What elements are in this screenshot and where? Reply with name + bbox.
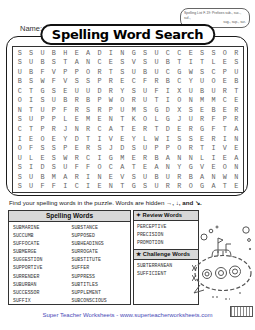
grid-cell: S [139, 58, 150, 68]
grid-cell: E [139, 162, 150, 172]
word-item: PRECISION [137, 231, 198, 239]
porthole-icon [216, 268, 227, 279]
grid-cell: R [94, 105, 105, 115]
grid-cell: P [105, 105, 116, 115]
grid-cell: U [185, 115, 196, 125]
grid-cell: S [139, 181, 150, 191]
grid-cell: M [208, 96, 219, 106]
word-item: SUPPRESS [72, 273, 131, 281]
grid-cell: T [25, 124, 36, 134]
badge-line-1: Spelling List F-19: Prefixes sub-, suc-,… [184, 11, 246, 20]
grid-cell: C [94, 124, 105, 134]
grid-cell: G [185, 162, 196, 172]
grid-cell: R [105, 86, 116, 96]
grid-cell: A [231, 153, 242, 163]
grid-cell: U [25, 181, 36, 191]
grid-cell: Y [117, 86, 128, 96]
grid-cell: F [37, 181, 48, 191]
grid-cell: U [25, 58, 36, 68]
grid-cell: T [128, 162, 139, 172]
direction-arrows: →, ↓, and ↘. [166, 199, 202, 206]
grid-cell: E [219, 105, 230, 115]
grid-cell: M [128, 105, 139, 115]
grid-cell: E [94, 181, 105, 191]
grid-cell: R [128, 96, 139, 106]
grid-cell: V [219, 143, 230, 153]
bubble-icon [249, 248, 250, 249]
grid-cell: I [94, 153, 105, 163]
grid-cell: J [174, 115, 185, 125]
grid-cell: Y [174, 162, 185, 172]
grid-cell: P [48, 105, 59, 115]
challenge-words-header: ★ Challenge Words [134, 249, 198, 260]
grid-cell: W [219, 172, 230, 182]
word-item: SUBSTITUTE [72, 256, 131, 264]
word-item: SUBCONSCIOUS [72, 297, 131, 305]
grid-cell: N [94, 172, 105, 182]
grid-cell: P [60, 143, 71, 153]
grid-cell: S [128, 143, 139, 153]
bubble-icon [201, 234, 207, 240]
grid-cell: I [185, 58, 196, 68]
grid-cell: J [105, 143, 116, 153]
grid-cell: V [60, 77, 71, 87]
challenge-words-list: SUBTERRANEANSUFFICIENT [134, 260, 198, 280]
grid-cell: E [48, 134, 59, 144]
grid-cell: E [71, 115, 82, 125]
grid-cell: U [162, 172, 173, 182]
grid-cell: S [48, 153, 59, 163]
grid-cell: O [208, 77, 219, 87]
grid-cell: R [151, 77, 162, 87]
grid-cell: R [208, 134, 219, 144]
grid-cell: F [48, 77, 59, 87]
grid-cell: R [71, 105, 82, 115]
grid-cell: S [185, 105, 196, 115]
grid-cell: U [117, 105, 128, 115]
grid-cell: U [14, 67, 25, 77]
grid-cell: X [174, 86, 185, 96]
grid-cell: S [82, 105, 93, 115]
grid-cell: B [185, 172, 196, 182]
grid-cell: C [71, 181, 82, 191]
grid-cell: G [196, 181, 207, 191]
grid-cell: I [208, 153, 219, 163]
grid-cell: G [37, 86, 48, 96]
grid-cell: B [208, 105, 219, 115]
grid-cell: R [196, 115, 207, 125]
grid-cell: K [128, 115, 139, 125]
challenge-star-icon: ★ [136, 251, 141, 257]
grid-cell: R [82, 143, 93, 153]
grid-cell: T [82, 134, 93, 144]
grid-cell: U [151, 48, 162, 58]
grid-cell: S [82, 77, 93, 87]
grid-cell: S [14, 48, 25, 58]
grid-cell: I [94, 134, 105, 144]
grid-cell: P [94, 77, 105, 87]
grid-cell: R [219, 86, 230, 96]
grid-cell: C [162, 67, 173, 77]
grid-cell: O [219, 162, 230, 172]
grid-cell: M [48, 172, 59, 182]
grid-cell: V [196, 162, 207, 172]
grid-cell: F [208, 124, 219, 134]
grid-cell: D [162, 124, 173, 134]
grid-cell: B [139, 67, 150, 77]
grid-cell: N [14, 105, 25, 115]
grid-cell: R [174, 181, 185, 191]
grid-cell: P [48, 115, 59, 125]
grid-cell: T [105, 67, 116, 77]
grid-cell: U [128, 67, 139, 77]
word-item: SUBSTANCE [72, 224, 131, 232]
grid-cell: I [14, 134, 25, 144]
grid-cell: E [219, 77, 230, 87]
grid-cell: S [37, 143, 48, 153]
grid-cell: E [71, 143, 82, 153]
grid-cell: U [37, 105, 48, 115]
grid-cell: E [105, 58, 116, 68]
grid-cell: C [82, 153, 93, 163]
grid-cell: G [174, 67, 185, 77]
porthole-icon [233, 269, 238, 274]
grid-cell: S [117, 58, 128, 68]
grid-cell: B [196, 86, 207, 96]
name-label: Name: [20, 24, 42, 33]
word-item: SURRENDER [13, 273, 72, 281]
grid-cell: S [208, 48, 219, 58]
grid-cell: E [231, 181, 242, 191]
grid-cell: R [71, 96, 82, 106]
bubble-icon [216, 226, 218, 228]
grid-cell: N [117, 48, 128, 58]
grid-cell: W [185, 67, 196, 77]
grid-cell: R [105, 77, 116, 87]
grid-cell: U [231, 67, 242, 77]
grid-cell: E [174, 124, 185, 134]
grid-cell: E [196, 134, 207, 144]
grid-cell: C [94, 58, 105, 68]
porthole-icon [219, 271, 224, 276]
grid-cell: T [25, 105, 36, 115]
grid-cell: N [231, 134, 242, 144]
grid-cell: T [117, 181, 128, 191]
grid-cell: D [71, 134, 82, 144]
grid-cell: N [231, 172, 242, 182]
grid-cell: R [139, 153, 150, 163]
word-item: SUBMERGE [13, 248, 72, 256]
grid-cell: S [25, 48, 36, 58]
word-search-grid: SSUBHEADINGSUCCESSORSUBSTANCESVSUBTITLES… [14, 48, 242, 191]
grid-cell: T [231, 86, 242, 96]
grid-cell: N [71, 124, 82, 134]
grid-cell: B [37, 172, 48, 182]
grid-cell: N [174, 153, 185, 163]
grid-cell: D [94, 48, 105, 58]
word-item: SUFFER [72, 264, 131, 272]
grid-cell: C [14, 124, 25, 134]
grid-cell: W [105, 96, 116, 106]
word-item: SUBTITLES [72, 281, 131, 289]
grid-cell: P [71, 67, 82, 77]
grid-cell: S [196, 48, 207, 58]
grid-cell: O [139, 115, 150, 125]
grid-cell: S [48, 143, 59, 153]
spelling-words-box: Spelling Words SUBMARINESUCCUMBSUFFOCATE… [8, 210, 131, 305]
grid-cell: U [151, 67, 162, 77]
grid-cell: B [162, 77, 173, 87]
grid-cell: F [139, 77, 150, 87]
grid-cell: N [185, 153, 196, 163]
grid-cell: V [128, 58, 139, 68]
grid-cell: L [25, 153, 36, 163]
grid-cell: S [94, 143, 105, 153]
grid-cell: T [117, 124, 128, 134]
grid-cell: T [219, 124, 230, 134]
grid-cell: J [60, 124, 71, 134]
grid-cell: O [174, 96, 185, 106]
grid-cell: S [14, 181, 25, 191]
grid-cell: A [208, 181, 219, 191]
word-item: SUPPORTIVE [13, 264, 72, 272]
submarine-illustration [192, 213, 254, 303]
grid-cell: P [94, 96, 105, 106]
grid-cell: S [196, 67, 207, 77]
grid-cell: L [208, 58, 219, 68]
grid-cell: S [185, 134, 196, 144]
grid-cell: R [231, 48, 242, 58]
grid-cell: G [151, 105, 162, 115]
grid-cell: N [231, 162, 242, 172]
grid-cell: B [25, 67, 36, 77]
grid-cell: S [71, 77, 82, 87]
word-item: SUFFICIENT [137, 270, 198, 278]
grid-cell: N [162, 162, 173, 172]
grid-cell: R [48, 124, 59, 134]
grid-cell: P [219, 67, 230, 77]
grid-cell: M [82, 115, 93, 125]
grid-cell: U [196, 77, 207, 87]
grid-cell: B [14, 77, 25, 87]
grid-cell: P [151, 143, 162, 153]
grid-cell: E [231, 143, 242, 153]
word-item: SURROGATE [72, 248, 131, 256]
review-words-header: ✦ Review Words [134, 211, 198, 221]
grid-cell: E [128, 124, 139, 134]
water-dashes [212, 293, 243, 299]
grid-cell: I [208, 143, 219, 153]
word-item: SUPPLEMENT [72, 289, 131, 297]
grid-cell: C [174, 77, 185, 87]
grid-cell: C [208, 67, 219, 77]
grid-cell: E [117, 77, 128, 87]
grid-cell: F [25, 143, 36, 153]
grid-cell: T [151, 124, 162, 134]
grid-cell: O [14, 143, 25, 153]
page-title: Spelling Word Search [40, 24, 215, 45]
grid-cell: U [82, 86, 93, 96]
grid-cell: W [37, 77, 48, 87]
grid-cell: W [151, 134, 162, 144]
grid-cell: O [185, 181, 196, 191]
grid-cell: I [162, 96, 173, 106]
grid-cell: A [60, 172, 71, 182]
grid-cell: L [60, 115, 71, 125]
grid-cell: F [82, 162, 93, 172]
grid-cell: U [14, 153, 25, 163]
grid-cell: V [117, 172, 128, 182]
grid-cell: O [174, 143, 185, 153]
grid-cell: R [82, 124, 93, 134]
grid-cell: F [60, 105, 71, 115]
grid-cell: S [139, 105, 150, 115]
grid-cell: B [151, 153, 162, 163]
bubble-icon [209, 229, 213, 233]
grid-cell: E [60, 86, 71, 96]
word-item: SUFFIX [13, 297, 72, 305]
grid-cell: A [231, 124, 242, 134]
grid-cell: S [14, 172, 25, 182]
grid-cell: R [71, 153, 82, 163]
review-words-label: Review Words [142, 212, 182, 218]
grid-cell: B [151, 172, 162, 182]
grid-cell: P [60, 67, 71, 77]
review-words-list: PERCEPTIVEPRECISIONPROMOTION [134, 221, 198, 249]
grid-cell: E [71, 48, 82, 58]
grid-cell: R [231, 105, 242, 115]
worksheet-page: Name: Spelling List F-19: Prefixes sub-,… [0, 0, 255, 330]
grid-cell: L [151, 115, 162, 125]
grid-cell: V [48, 67, 59, 77]
grid-cell: B [82, 96, 93, 106]
grid-cell: L [196, 153, 207, 163]
spelling-words-column-2: SUBSTANCESUPPOSEDSUBHEADINGSSURROGATESUB… [72, 224, 131, 305]
grid-cell: T [196, 58, 207, 68]
grid-cell: P [37, 115, 48, 125]
grid-cell: E [208, 162, 219, 172]
grid-cell: C [105, 162, 116, 172]
grid-cell: M [196, 96, 207, 106]
grid-cell: R [162, 181, 173, 191]
word-item: PERCEPTIVE [137, 223, 198, 231]
challenge-words-label: Challenge Words [143, 251, 190, 257]
grid-cell: R [94, 67, 105, 77]
grid-cell: S [231, 58, 242, 68]
grid-cell: R [174, 172, 185, 182]
grid-cell: U [25, 115, 36, 125]
grid-cell: A [82, 48, 93, 58]
grid-cell: T [151, 96, 162, 106]
grid-cell: B [231, 77, 242, 87]
grid-cell: I [162, 134, 173, 144]
word-item: SUFFOCATE [13, 240, 72, 248]
grid-cell: C [14, 86, 25, 96]
grid-cell: I [25, 162, 36, 172]
grid-cell: G [105, 153, 116, 163]
grid-cell: B [48, 48, 59, 58]
grid-cell: E [196, 105, 207, 115]
spelling-words-header: Spelling Words [9, 211, 130, 222]
word-item: SUBMARINE [13, 224, 72, 232]
grid-cell: R [185, 124, 196, 134]
instructions: Find your spelling words in the puzzle. … [9, 199, 247, 206]
word-search-grid-box: SSUBHEADINGSUCCESSORSUBSTANCESVSUBTITLES… [12, 46, 244, 193]
grid-cell: A [117, 162, 128, 172]
grid-cell: P [37, 124, 48, 134]
grid-cell: N [208, 172, 219, 182]
grid-cell: S [128, 172, 139, 182]
grid-cell: N [105, 181, 116, 191]
instructions-text: Find your spelling words in the puzzle. … [9, 199, 166, 206]
grid-cell: A [151, 162, 162, 172]
grid-cell: U [151, 181, 162, 191]
grid-cell: N [82, 58, 93, 68]
grid-cell: R [185, 143, 196, 153]
grid-cell: E [37, 153, 48, 163]
grid-cell: F [48, 181, 59, 191]
grid-cell: M [117, 153, 128, 163]
word-item: SUPPOSED [72, 232, 131, 240]
grid-cell: A [71, 58, 82, 68]
grid-cell: I [105, 48, 116, 58]
grid-cell: U [139, 172, 150, 182]
flag-mast-icon [218, 238, 223, 253]
grid-cell: U [37, 48, 48, 58]
grid-cell: B [60, 96, 71, 106]
grid-cell: D [94, 86, 105, 96]
grid-cell: U [48, 96, 59, 106]
grid-cell: S [139, 48, 150, 58]
grid-cell: C [219, 96, 230, 106]
grid-cell: E [219, 58, 230, 68]
grid-cell: I [60, 181, 71, 191]
grid-cell: S [14, 162, 25, 172]
grid-cell: G [128, 48, 139, 58]
grid-cell: E [117, 134, 128, 144]
grid-cell: B [37, 58, 48, 68]
grid-cell: R [231, 115, 242, 125]
word-item: SUCCESSOR [13, 289, 72, 297]
grid-cell: W [60, 153, 71, 163]
grid-cell: F [208, 115, 219, 125]
grid-cell: S [48, 58, 59, 68]
grid-cell: T [25, 86, 36, 96]
grid-cell: U [71, 86, 82, 96]
grid-cell: E [128, 153, 139, 163]
word-item: SUCCUMB [13, 232, 72, 240]
grid-cell: E [94, 115, 105, 125]
grid-cell: Y [128, 134, 139, 144]
grid-cell: D [37, 162, 48, 172]
grid-cell: U [185, 86, 196, 96]
grid-cell: U [151, 58, 162, 68]
propeller-icon [192, 265, 196, 281]
grid-cell: I [25, 96, 36, 106]
spelling-words-column-1: SUBMARINESUCCUMBSUFFOCATESUBMERGESUGGEST… [13, 224, 72, 305]
grid-cell: O [219, 48, 230, 58]
grid-cell: I [82, 181, 93, 191]
word-item: SUGGESTION [13, 256, 72, 264]
tail-fin-icon [194, 285, 204, 293]
grid-cell: U [25, 172, 36, 182]
porthole-icon [203, 270, 212, 279]
grid-cell: U [208, 86, 219, 96]
footer-credit: Super Teacher Worksheets - www.superteac… [0, 312, 255, 318]
grid-cell: A [196, 172, 207, 182]
grid-cell: T [174, 58, 185, 68]
grid-cell: Y [185, 77, 196, 87]
